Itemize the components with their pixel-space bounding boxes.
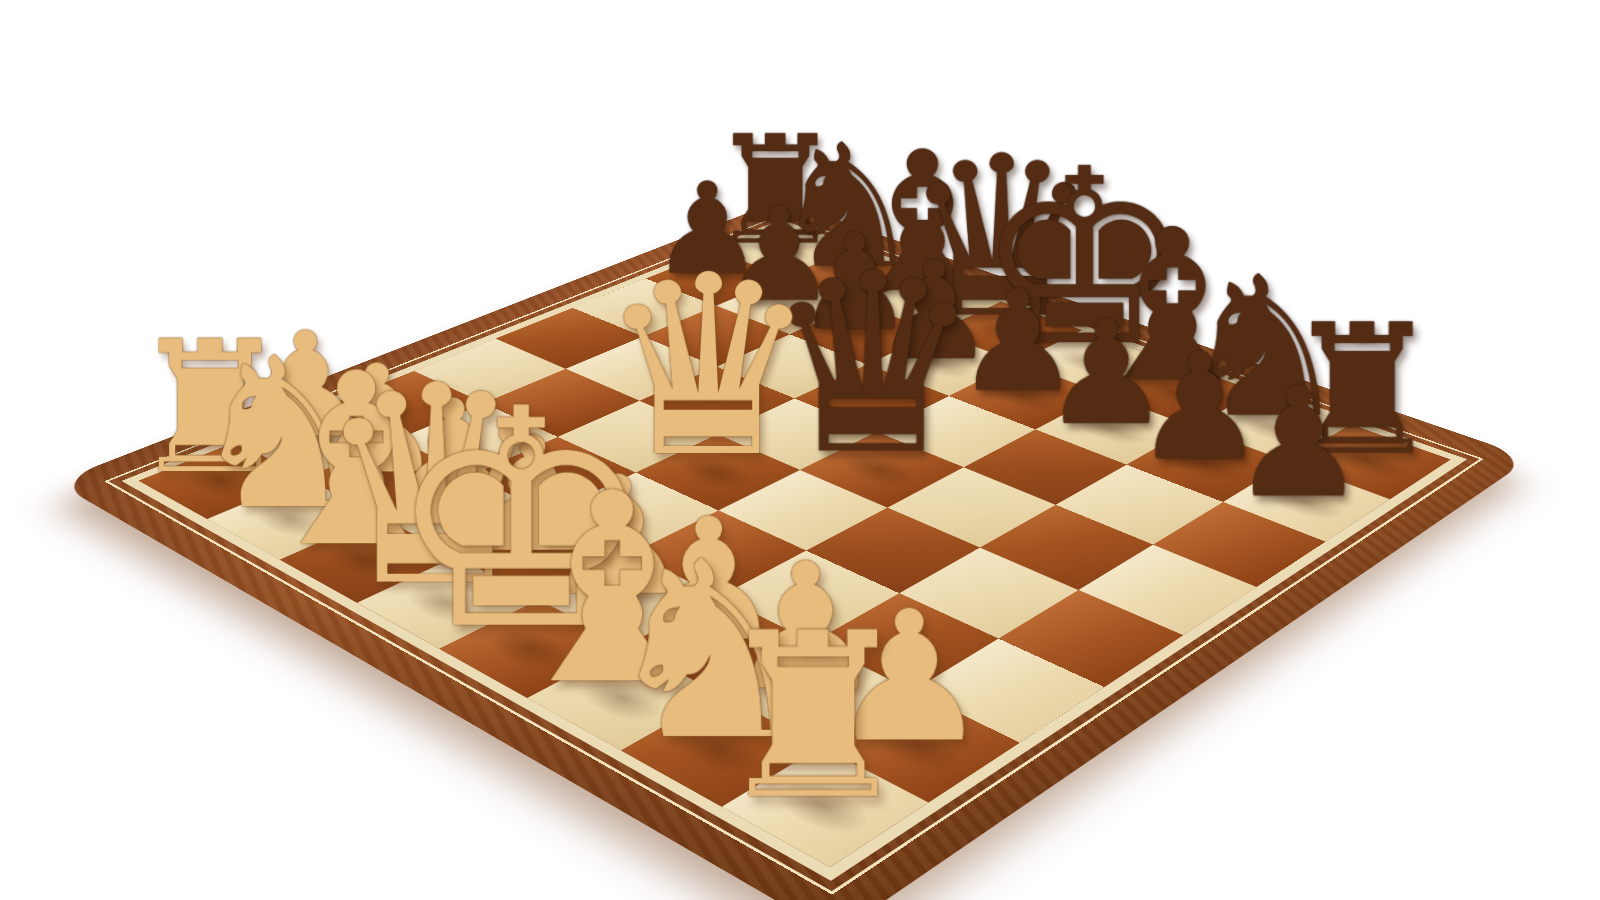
board-squares: ♜♞♝♛♚♝♞♜♟♟♟♟♟♟♟♟♛♛♟♟♟♟♟♟♟♟♜♞♝♛♚♝♞♜	[121, 220, 1467, 881]
chessboard-scene: ♜♞♝♛♚♝♞♜♟♟♟♟♟♟♟♟♛♛♟♟♟♟♟♟♟♟♜♞♝♛♚♝♞♜	[0, 0, 1600, 900]
square-e5[interactable]: ♛	[800, 432, 964, 508]
white-rook-glyph: ♜	[711, 608, 915, 825]
chess-board: ♜♞♝♛♚♝♞♜♟♟♟♟♟♟♟♟♛♛♟♟♟♟♟♟♟♟♜♞♝♛♚♝♞♜	[55, 200, 1531, 900]
board-frame: ♜♞♝♛♚♝♞♜♟♟♟♟♟♟♟♟♛♛♟♟♟♟♟♟♟♟♜♞♝♛♚♝♞♜	[55, 200, 1531, 900]
black-pawn-glyph: ♟	[1231, 371, 1367, 515]
square-h1[interactable]: ♜	[722, 747, 929, 868]
